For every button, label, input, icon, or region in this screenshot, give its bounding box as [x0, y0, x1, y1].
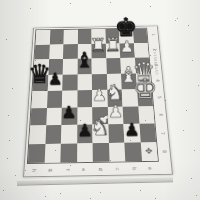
white-pawn-c6[interactable]: ♟	[108, 103, 123, 120]
rank-label-3: 3	[146, 61, 167, 69]
file-label-c: c	[111, 162, 124, 177]
square-e5[interactable]	[77, 90, 92, 107]
square-e8[interactable]	[77, 143, 93, 162]
white-knight-d7[interactable]: ♞	[90, 116, 110, 138]
rank-label-7: 7	[151, 128, 174, 137]
black-pawn-b7[interactable]: ♟	[124, 121, 140, 139]
photo-grain	[5, 30, 6, 31]
file-label-b: b	[128, 161, 142, 176]
square-g7[interactable]	[45, 125, 61, 144]
square-h6[interactable]	[30, 108, 46, 126]
rank-label-4: 4	[147, 77, 168, 85]
square-h4[interactable]: ♛	[32, 75, 48, 91]
photo-grain	[35, 40, 36, 41]
square-g4[interactable]: ♟	[47, 74, 62, 90]
board-grid: ♚♜♜♟♝♛♟♝♛♟♞♚♟♟♟♟♞♟✥	[27, 28, 159, 164]
board-maker-emblem: ✥	[145, 147, 153, 155]
square-b7[interactable]: ♟	[123, 124, 140, 143]
chess-board: ♚♜♜♟♝♛♟♝♛♟♞♚♟♟♟♟♞♟✥ hgfedcba 12345678 CH…	[23, 26, 173, 178]
square-f4[interactable]	[62, 74, 77, 90]
black-pawn-g4[interactable]: ♟	[47, 71, 62, 87]
file-label-a: a	[144, 161, 158, 176]
white-pawn-b2[interactable]: ♟	[120, 39, 134, 55]
square-g2[interactable]	[49, 44, 64, 59]
square-c2[interactable]: ♜	[105, 43, 120, 58]
square-h8[interactable]	[28, 144, 45, 163]
chessboard-photo: ♚♜♜♟♝♛♟♝♛♟♞♚♟♟♟♟♞♟✥ hgfedcba 12345678 CH…	[0, 0, 200, 200]
square-g5[interactable]	[47, 91, 63, 108]
square-f7[interactable]	[61, 125, 77, 144]
square-f1[interactable]	[63, 30, 77, 45]
board-front-edge	[17, 177, 173, 185]
square-e3[interactable]: ♝	[77, 58, 92, 74]
rank-label-8: 8	[153, 147, 176, 157]
square-g6[interactable]	[46, 107, 62, 125]
square-h1[interactable]	[35, 30, 50, 45]
board-perspective-wrap: ♚♜♜♟♝♛♟♝♛♟♞♚♟♟♟♟♞♟✥ hgfedcba 12345678 CH…	[23, 26, 173, 178]
square-g1[interactable]	[49, 30, 63, 45]
square-g8[interactable]	[44, 143, 61, 162]
file-label-g: g	[45, 163, 58, 178]
square-h5[interactable]	[31, 91, 47, 108]
file-label-d: d	[95, 162, 108, 177]
square-h2[interactable]	[34, 44, 49, 59]
black-bishop-e3[interactable]: ♝	[75, 49, 94, 70]
rank-label-5: 5	[148, 93, 170, 102]
square-d8[interactable]	[93, 143, 109, 162]
file-label-h: h	[28, 163, 42, 178]
square-b8[interactable]	[124, 142, 141, 161]
square-d7[interactable]: ♞	[92, 124, 108, 143]
rank-label-6: 6	[150, 110, 172, 119]
file-labels: hgfedcba	[26, 163, 160, 177]
rank-label-1: 1	[143, 31, 163, 38]
square-c8[interactable]	[108, 142, 125, 161]
square-f6[interactable]: ♟	[61, 107, 77, 125]
rank-label-2: 2	[144, 46, 164, 54]
white-knight-c5[interactable]: ♞	[105, 82, 124, 103]
square-f8[interactable]	[60, 143, 76, 162]
black-pawn-f6[interactable]: ♟	[61, 104, 76, 121]
file-label-f: f	[61, 162, 74, 177]
square-c7[interactable]	[108, 124, 124, 143]
square-b2[interactable]: ♟	[119, 43, 134, 58]
file-label-e: e	[78, 162, 91, 177]
square-e4[interactable]	[77, 74, 92, 90]
square-h7[interactable]	[29, 125, 46, 144]
